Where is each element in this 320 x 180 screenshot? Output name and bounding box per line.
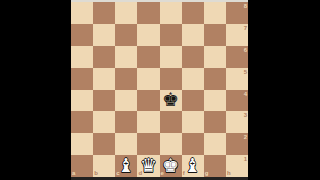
square-e8[interactable] bbox=[160, 2, 182, 24]
square-f5[interactable] bbox=[182, 68, 204, 90]
piece-white-queen[interactable]: ♛ bbox=[140, 156, 157, 175]
square-b7[interactable] bbox=[93, 24, 115, 46]
square-e2[interactable] bbox=[160, 133, 182, 155]
square-g4[interactable] bbox=[204, 90, 226, 112]
chess-board: 8765♚432abc♝d♛e♚f♝g1h bbox=[71, 2, 248, 177]
rank-label-6: 6 bbox=[244, 47, 247, 53]
square-e1[interactable]: e♚ bbox=[160, 155, 182, 177]
square-b8[interactable] bbox=[93, 2, 115, 24]
file-label-b: b bbox=[94, 170, 98, 176]
rank-label-2: 2 bbox=[244, 134, 247, 140]
square-h3[interactable]: 3 bbox=[226, 111, 248, 133]
board-bottom-edge bbox=[71, 177, 248, 180]
square-f8[interactable] bbox=[182, 2, 204, 24]
square-h7[interactable]: 7 bbox=[226, 24, 248, 46]
square-d1[interactable]: d♛ bbox=[137, 155, 159, 177]
square-a6[interactable] bbox=[71, 46, 93, 68]
square-g3[interactable] bbox=[204, 111, 226, 133]
square-b6[interactable] bbox=[93, 46, 115, 68]
square-h6[interactable]: 6 bbox=[226, 46, 248, 68]
rank-label-5: 5 bbox=[244, 69, 247, 75]
square-g8[interactable] bbox=[204, 2, 226, 24]
square-f3[interactable] bbox=[182, 111, 204, 133]
square-a3[interactable] bbox=[71, 111, 93, 133]
square-c5[interactable] bbox=[115, 68, 137, 90]
square-e7[interactable] bbox=[160, 24, 182, 46]
square-h5[interactable]: 5 bbox=[226, 68, 248, 90]
rank-label-7: 7 bbox=[244, 25, 247, 31]
square-a1[interactable]: a bbox=[71, 155, 93, 177]
square-d2[interactable] bbox=[137, 133, 159, 155]
square-f1[interactable]: f♝ bbox=[182, 155, 204, 177]
square-b4[interactable] bbox=[93, 90, 115, 112]
square-b1[interactable]: b bbox=[93, 155, 115, 177]
square-c4[interactable] bbox=[115, 90, 137, 112]
square-h2[interactable]: 2 bbox=[226, 133, 248, 155]
rank-label-4: 4 bbox=[244, 91, 247, 97]
square-g7[interactable] bbox=[204, 24, 226, 46]
square-c6[interactable] bbox=[115, 46, 137, 68]
square-c7[interactable] bbox=[115, 24, 137, 46]
file-label-h: h bbox=[227, 170, 231, 176]
square-f6[interactable] bbox=[182, 46, 204, 68]
square-g2[interactable] bbox=[204, 133, 226, 155]
square-d8[interactable] bbox=[137, 2, 159, 24]
square-h1[interactable]: 1h bbox=[226, 155, 248, 177]
video-frame: 8765♚432abc♝d♛e♚f♝g1h bbox=[0, 0, 320, 180]
square-c8[interactable] bbox=[115, 2, 137, 24]
square-h4[interactable]: 4 bbox=[226, 90, 248, 112]
square-e5[interactable] bbox=[160, 68, 182, 90]
square-e3[interactable] bbox=[160, 111, 182, 133]
file-label-a: a bbox=[72, 170, 75, 176]
piece-white-king[interactable]: ♚ bbox=[162, 156, 179, 175]
square-a5[interactable] bbox=[71, 68, 93, 90]
square-d5[interactable] bbox=[137, 68, 159, 90]
square-d7[interactable] bbox=[137, 24, 159, 46]
rank-label-8: 8 bbox=[244, 3, 247, 9]
piece-white-bishop[interactable]: ♝ bbox=[184, 156, 201, 175]
rank-label-1: 1 bbox=[244, 156, 247, 162]
piece-white-bishop[interactable]: ♝ bbox=[118, 156, 135, 175]
square-g5[interactable] bbox=[204, 68, 226, 90]
rank-label-3: 3 bbox=[244, 112, 247, 118]
square-d3[interactable] bbox=[137, 111, 159, 133]
square-g6[interactable] bbox=[204, 46, 226, 68]
square-b5[interactable] bbox=[93, 68, 115, 90]
square-d4[interactable] bbox=[137, 90, 159, 112]
square-c1[interactable]: c♝ bbox=[115, 155, 137, 177]
square-h8[interactable]: 8 bbox=[226, 2, 248, 24]
square-b3[interactable] bbox=[93, 111, 115, 133]
piece-black-king[interactable]: ♚ bbox=[162, 90, 179, 109]
square-a8[interactable] bbox=[71, 2, 93, 24]
square-b2[interactable] bbox=[93, 133, 115, 155]
square-c3[interactable] bbox=[115, 111, 137, 133]
square-f2[interactable] bbox=[182, 133, 204, 155]
file-label-g: g bbox=[205, 170, 209, 176]
square-c2[interactable] bbox=[115, 133, 137, 155]
square-a4[interactable] bbox=[71, 90, 93, 112]
square-a7[interactable] bbox=[71, 24, 93, 46]
square-g1[interactable]: g bbox=[204, 155, 226, 177]
square-f7[interactable] bbox=[182, 24, 204, 46]
square-d6[interactable] bbox=[137, 46, 159, 68]
square-e4[interactable]: ♚ bbox=[160, 90, 182, 112]
square-a2[interactable] bbox=[71, 133, 93, 155]
square-e6[interactable] bbox=[160, 46, 182, 68]
square-f4[interactable] bbox=[182, 90, 204, 112]
